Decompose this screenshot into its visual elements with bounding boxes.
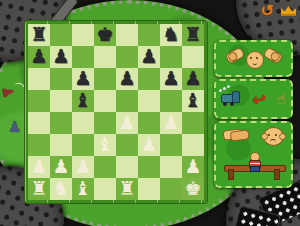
draw-resign-pause-buttons	[214, 121, 293, 188]
square-d2[interactable]	[94, 156, 116, 178]
undo-arrow-icon[interactable]: ↺	[261, 1, 274, 20]
square-a5[interactable]	[28, 90, 50, 112]
piece-white-pawn[interactable]: ♟	[182, 154, 204, 178]
piece-white-knight[interactable]: ♞	[50, 176, 72, 200]
square-e8[interactable]	[116, 24, 138, 46]
square-e7[interactable]	[116, 46, 138, 68]
piece-black-knight[interactable]: ♞	[160, 22, 182, 46]
square-e4[interactable]: ♟	[116, 112, 138, 134]
square-e5[interactable]	[116, 90, 138, 112]
piece-black-rook[interactable]: ♜	[182, 22, 204, 46]
square-e6[interactable]: ♟	[116, 68, 138, 90]
square-f4[interactable]	[138, 112, 160, 134]
square-c1[interactable]: ♝	[72, 178, 94, 200]
blue-pawn-icon: ♟	[8, 118, 21, 136]
piece-white-pawn[interactable]: ♟	[116, 110, 138, 134]
square-f1[interactable]	[138, 178, 160, 200]
piece-white-bishop[interactable]: ♝	[72, 176, 94, 200]
pointing-hand-button[interactable]: ☝	[277, 90, 286, 108]
square-d3[interactable]: ♝	[94, 134, 116, 156]
square-g6[interactable]: ♟	[160, 68, 182, 90]
piece-white-pawn[interactable]: ♟	[160, 110, 182, 134]
square-f8[interactable]	[138, 24, 160, 46]
square-g7[interactable]	[160, 46, 182, 68]
square-g4[interactable]: ♟	[160, 112, 182, 134]
square-h4[interactable]	[182, 112, 204, 134]
piece-black-bishop[interactable]: ♝	[182, 88, 204, 112]
square-c3[interactable]	[72, 134, 94, 156]
square-g5[interactable]	[160, 90, 182, 112]
piece-white-bishop[interactable]: ♝	[94, 132, 116, 156]
square-c4[interactable]	[72, 112, 94, 134]
square-d7[interactable]	[94, 46, 116, 68]
chess-board[interactable]: ♜♚♞♜♟♟♟♟♟♟♟♝♝♟♟♝♟♟♟♟♟♜♞♝♜♚	[28, 24, 204, 200]
square-d8[interactable]: ♚	[94, 24, 116, 46]
game-screen: { "game": "chess", "app_theme": "cartoon…	[0, 0, 300, 226]
square-h6[interactable]: ♟	[182, 68, 204, 90]
train-takeback-button[interactable]	[221, 92, 241, 106]
piece-black-pawn[interactable]: ♟	[72, 66, 94, 90]
muscleman-icon	[226, 48, 282, 70]
square-h8[interactable]: ♜	[182, 24, 204, 46]
board-frame: ♜♚♞♜♟♟♟♟♟♟♟♝♝♟♟♝♟♟♟♟♟♜♞♝♜♚	[25, 21, 207, 203]
square-b2[interactable]: ♟	[50, 156, 72, 178]
piece-black-king[interactable]: ♚	[94, 22, 116, 46]
square-b5[interactable]	[50, 90, 72, 112]
square-g8[interactable]: ♞	[160, 24, 182, 46]
square-b3[interactable]	[50, 134, 72, 156]
square-a1[interactable]: ♜	[28, 178, 50, 200]
square-b6[interactable]	[50, 68, 72, 90]
piece-white-rook[interactable]: ♜	[28, 176, 50, 200]
square-c6[interactable]: ♟	[72, 68, 94, 90]
piece-black-pawn[interactable]: ♟	[182, 66, 204, 90]
square-g3[interactable]	[160, 134, 182, 156]
square-f7[interactable]: ♟	[138, 46, 160, 68]
square-a3[interactable]	[28, 134, 50, 156]
piece-black-pawn[interactable]: ♟	[138, 44, 160, 68]
square-a7[interactable]: ♟	[28, 46, 50, 68]
square-h1[interactable]: ♚	[182, 178, 204, 200]
square-c7[interactable]	[72, 46, 94, 68]
piece-white-pawn[interactable]: ♟	[72, 154, 94, 178]
square-e3[interactable]	[116, 134, 138, 156]
crown-icon-base	[281, 14, 296, 16]
square-d5[interactable]	[94, 90, 116, 112]
square-f5[interactable]	[138, 90, 160, 112]
kid-icon	[248, 152, 260, 170]
piece-black-pawn[interactable]: ♟	[28, 44, 50, 68]
piece-white-king[interactable]: ♚	[182, 176, 204, 200]
square-e1[interactable]: ♜	[116, 178, 138, 200]
grumpy-face-button[interactable]	[263, 127, 284, 146]
piece-white-pawn[interactable]: ♟	[50, 154, 72, 178]
muscleman-button[interactable]	[214, 40, 293, 77]
square-h5[interactable]: ♝	[182, 90, 204, 112]
square-d4[interactable]	[94, 112, 116, 134]
square-h2[interactable]: ♟	[182, 156, 204, 178]
square-c8[interactable]	[72, 24, 94, 46]
takeback-hint-buttons: ↩ ☝	[214, 79, 293, 119]
square-f2[interactable]	[138, 156, 160, 178]
command-panel: ↩ ☝	[214, 40, 293, 186]
fallen-red-piece-icon: ♟	[0, 84, 17, 100]
takeback-arrow-icon[interactable]: ↩	[250, 88, 267, 110]
square-e2[interactable]	[116, 156, 138, 178]
square-h3[interactable]	[182, 134, 204, 156]
square-b8[interactable]	[50, 24, 72, 46]
piece-black-pawn[interactable]: ♟	[50, 44, 72, 68]
square-a8[interactable]: ♜	[28, 24, 50, 46]
square-g2[interactable]	[160, 156, 182, 178]
piece-black-bishop[interactable]: ♝	[72, 88, 94, 112]
piece-black-rook[interactable]: ♜	[28, 22, 50, 46]
piece-white-rook[interactable]: ♜	[116, 176, 138, 200]
square-f3[interactable]: ♟	[138, 134, 160, 156]
square-b4[interactable]	[50, 112, 72, 134]
square-a2[interactable]: ♟	[28, 156, 50, 178]
piece-white-pawn[interactable]: ♟	[138, 132, 160, 156]
square-g1[interactable]	[160, 178, 182, 200]
square-d6[interactable]	[94, 68, 116, 90]
handshake-button[interactable]	[222, 125, 250, 142]
square-b1[interactable]: ♞	[50, 178, 72, 200]
piece-black-pawn[interactable]: ♟	[116, 66, 138, 90]
square-d1[interactable]	[94, 178, 116, 200]
square-a4[interactable]	[28, 112, 50, 134]
kid-on-bench-button[interactable]	[224, 152, 284, 180]
square-c2[interactable]: ♟	[72, 156, 94, 178]
square-b7[interactable]: ♟	[50, 46, 72, 68]
piece-black-pawn[interactable]: ♟	[160, 66, 182, 90]
square-c5[interactable]: ♝	[72, 90, 94, 112]
square-h7[interactable]	[182, 46, 204, 68]
square-f6[interactable]	[138, 68, 160, 90]
piece-white-pawn[interactable]: ♟	[28, 154, 50, 178]
square-a6[interactable]	[28, 68, 50, 90]
